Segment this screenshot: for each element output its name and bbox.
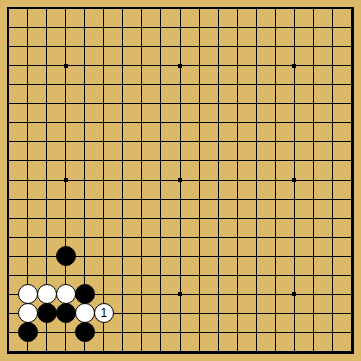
go-board-diagram: 1 — [0, 0, 361, 361]
goban: 1 — [0, 0, 361, 361]
stone-white — [18, 284, 38, 304]
stone-black — [75, 322, 95, 342]
stone-white-numbered: 1 — [94, 303, 114, 323]
stone-white — [18, 303, 38, 323]
stone-black — [56, 246, 76, 266]
stone-black — [37, 303, 57, 323]
stone-white — [56, 284, 76, 304]
stone-black — [56, 303, 76, 323]
stone-white — [75, 303, 95, 323]
stone-black — [18, 322, 38, 342]
move-number-label: 1 — [100, 307, 107, 319]
stone-white — [37, 284, 57, 304]
stone-black — [75, 284, 95, 304]
